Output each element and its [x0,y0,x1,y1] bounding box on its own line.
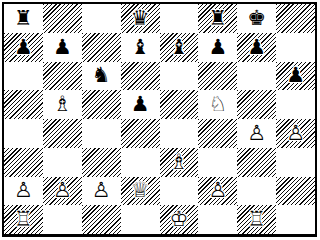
square-a2[interactable]: ♟♙ [4,177,43,199]
square-c8[interactable] [82,4,121,33]
square-e3[interactable]: ♝♗ [160,148,199,177]
square-b7[interactable]: ♟ [43,33,82,62]
square-b5[interactable]: ♝♗ [43,90,82,119]
piece-white-bishop: ♝♗ [170,151,189,174]
square-a8[interactable]: ♜ [4,4,43,33]
square-c6[interactable]: ♞ [82,62,121,91]
square-f5[interactable]: ♞♘ [198,90,200,119]
piece-white-bishop: ♝♗ [53,93,72,116]
square-d2[interactable]: ♛♕ [121,177,160,199]
piece-black-bishop: ♝ [170,36,189,59]
square-b2[interactable]: ♟♙ [43,177,82,199]
chess-board: ♜♛♜♚♟♟♝♝♟♟♞♟♝♗♟♞♘♟♙♟♙♝♗♟♙♟♙♟♙♛♕♟♙♜♖♚♔♜♖ [4,4,200,198]
square-e2[interactable] [160,177,199,199]
piece-black-pawn: ♟ [14,36,33,59]
piece-white-pawn: ♟♙ [92,179,111,198]
square-d3[interactable] [121,148,160,177]
square-d7[interactable]: ♝ [121,33,160,62]
piece-white-pawn: ♟♙ [14,179,33,198]
square-a7[interactable]: ♟ [4,33,43,62]
square-a4[interactable] [4,119,43,148]
square-e7[interactable]: ♝ [160,33,199,62]
square-c4[interactable] [82,119,121,148]
piece-black-queen: ♛ [131,7,150,30]
square-e8[interactable] [160,4,199,33]
board-frame: ♜♛♜♚♟♟♝♝♟♟♞♟♝♗♟♞♘♟♙♟♙♝♗♟♙♟♙♟♙♛♕♟♙♜♖♚♔♜♖ [2,2,200,198]
square-b4[interactable] [43,119,82,148]
square-f2[interactable]: ♟♙ [198,177,200,199]
square-e6[interactable] [160,62,199,91]
square-b3[interactable] [43,148,82,177]
square-f3[interactable] [198,148,200,177]
square-f8[interactable]: ♜ [198,4,200,33]
square-a5[interactable] [4,90,43,119]
piece-white-pawn: ♟♙ [53,179,72,198]
square-d6[interactable] [121,62,160,91]
piece-white-queen: ♛♕ [131,179,150,198]
square-c7[interactable] [82,33,121,62]
square-e5[interactable] [160,90,199,119]
square-f4[interactable] [198,119,200,148]
square-d4[interactable] [121,119,160,148]
square-c5[interactable] [82,90,121,119]
piece-black-pawn: ♟ [53,36,72,59]
square-e4[interactable] [160,119,199,148]
square-d8[interactable]: ♛ [121,4,160,33]
square-a6[interactable] [4,62,43,91]
square-b6[interactable] [43,62,82,91]
square-f6[interactable] [198,62,200,91]
piece-black-pawn: ♟ [131,93,150,116]
square-c3[interactable] [82,148,121,177]
square-c2[interactable]: ♟♙ [82,177,121,199]
piece-black-bishop: ♝ [131,36,150,59]
square-f7[interactable]: ♟ [198,33,200,62]
piece-black-knight: ♞ [92,64,111,87]
piece-black-rook: ♜ [14,7,33,30]
square-d5[interactable]: ♟ [121,90,160,119]
square-a3[interactable] [4,148,43,177]
square-b8[interactable] [43,4,82,33]
